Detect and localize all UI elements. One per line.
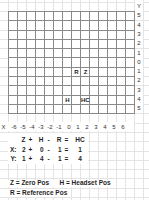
equals-sign: =	[63, 146, 71, 154]
y-axis-label: 5	[135, 11, 143, 20]
formula-y-row: Y: 1 + 4 - 1 = 4	[0, 155, 100, 163]
y-axis-label: 1	[135, 67, 143, 76]
grid-cell[interactable]	[63, 58, 72, 67]
x-axis-header: X	[0, 123, 7, 132]
grid-cell[interactable]	[18, 40, 27, 49]
grid-cell[interactable]	[45, 49, 54, 58]
grid-cell[interactable]	[54, 21, 63, 30]
grid-cell[interactable]	[18, 105, 27, 114]
grid-cell[interactable]	[36, 40, 45, 49]
grid-cell[interactable]	[45, 40, 54, 49]
grid-cell[interactable]	[72, 58, 81, 67]
grid-cell[interactable]	[54, 49, 63, 58]
spreadsheet-canvas: RZHHC Y 54321012345 X -6-5-4-3-2-1012345…	[0, 0, 149, 200]
marker-Z[interactable]: Z	[81, 68, 90, 77]
grid-cell[interactable]	[54, 31, 63, 40]
grid-cell[interactable]	[36, 96, 45, 105]
plus-sign: +	[27, 146, 35, 154]
grid-cell[interactable]	[90, 31, 99, 40]
grid-cell[interactable]	[99, 77, 108, 86]
grid-cell[interactable]	[72, 40, 81, 49]
grid-cell[interactable]	[99, 21, 108, 30]
grid-cell[interactable]	[126, 49, 135, 58]
grid-cell[interactable]	[63, 21, 72, 30]
grid-cell[interactable]	[99, 40, 108, 49]
grid-cell[interactable]	[54, 96, 63, 105]
grid-cell[interactable]	[72, 105, 81, 114]
grid-cell[interactable]	[90, 21, 99, 30]
legend-reference-pos: R = Reference Pos	[10, 189, 67, 197]
grid-cell[interactable]	[126, 12, 135, 21]
plus-sign: +	[27, 155, 35, 163]
formula-header-row: Z + H - R = HC	[0, 136, 100, 144]
grid-cell[interactable]	[18, 77, 27, 86]
grid-cell[interactable]	[81, 21, 90, 30]
grid-cell[interactable]	[45, 86, 54, 95]
grid-cell[interactable]	[90, 77, 99, 86]
grid-cell[interactable]	[9, 49, 18, 58]
grid-cell[interactable]	[117, 96, 126, 105]
grid-cell[interactable]	[99, 86, 108, 95]
formula-header-h: H	[36, 136, 44, 144]
minus-sign: -	[45, 136, 53, 144]
grid-cell[interactable]	[63, 12, 72, 21]
formula-header-rowlabel	[5, 136, 17, 144]
y-axis-label: 5	[135, 104, 143, 113]
formula-x-hc: 1	[72, 146, 89, 154]
grid-cell[interactable]	[36, 105, 45, 114]
grid-cell[interactable]	[9, 68, 18, 77]
grid-cell[interactable]	[81, 49, 90, 58]
formula-header-hc: HC	[72, 136, 89, 144]
grid-cell[interactable]	[126, 40, 135, 49]
grid-cell[interactable]	[117, 40, 126, 49]
grid-cell[interactable]	[63, 31, 72, 40]
x-axis-label: 1	[71, 123, 80, 132]
grid-cell[interactable]	[72, 12, 81, 21]
grid-cell[interactable]	[99, 12, 108, 21]
y-axis-label: 4	[135, 21, 143, 30]
y-axis-label: 0	[135, 58, 143, 67]
grid-cell[interactable]	[54, 68, 63, 77]
x-axis-label: -4	[26, 123, 35, 132]
marker-H[interactable]: H	[63, 96, 72, 105]
grid-cell[interactable]	[72, 96, 81, 105]
grid-cell[interactable]	[54, 77, 63, 86]
grid-cell[interactable]	[126, 77, 135, 86]
x-axis-label: -6	[8, 123, 17, 132]
formula-header-r: R	[54, 136, 62, 144]
grid-cell[interactable]	[9, 96, 18, 105]
grid-cell[interactable]	[108, 77, 117, 86]
grid-cell[interactable]	[126, 58, 135, 67]
grid-cell[interactable]	[90, 58, 99, 67]
grid-cell[interactable]	[81, 58, 90, 67]
grid-cell[interactable]	[117, 21, 126, 30]
grid-cell[interactable]	[126, 96, 135, 105]
grid-cell[interactable]	[27, 77, 36, 86]
grid-cell[interactable]	[117, 68, 126, 77]
grid-cell[interactable]	[117, 86, 126, 95]
minus-sign: -	[45, 155, 53, 163]
grid-cell[interactable]	[36, 68, 45, 77]
grid-cell[interactable]	[108, 58, 117, 67]
grid-cell[interactable]	[54, 12, 63, 21]
y-axis-label: 2	[135, 39, 143, 48]
marker-R[interactable]: R	[72, 68, 81, 77]
grid-cell[interactable]	[45, 96, 54, 105]
grid-cell[interactable]	[81, 77, 90, 86]
grid-cell[interactable]	[18, 68, 27, 77]
grid-cell[interactable]	[90, 105, 99, 114]
grid-cell[interactable]	[36, 12, 45, 21]
legend-zero-pos: Z = Zero Pos	[10, 179, 49, 187]
grid-cell[interactable]	[108, 96, 117, 105]
grid-cell[interactable]	[63, 68, 72, 77]
formula-x-r: 1	[54, 146, 62, 154]
y-axis-label: 1	[135, 49, 143, 58]
grid-cell[interactable]	[27, 68, 36, 77]
grid-cell[interactable]	[63, 77, 72, 86]
grid-cell[interactable]	[18, 86, 27, 95]
grid-cell[interactable]	[108, 21, 117, 30]
grid-cell[interactable]	[81, 40, 90, 49]
grid-cell[interactable]	[36, 86, 45, 95]
y-axis-header: Y	[135, 2, 143, 11]
grid-cell[interactable]	[45, 68, 54, 77]
grid-cell[interactable]	[27, 96, 36, 105]
grid-cell[interactable]	[81, 105, 90, 114]
grid-cell[interactable]	[99, 31, 108, 40]
formula-y-z: 1	[18, 155, 26, 163]
grid-cell[interactable]	[108, 105, 117, 114]
grid-cell[interactable]	[27, 105, 36, 114]
grid-cell[interactable]	[108, 12, 117, 21]
grid-cell[interactable]	[126, 105, 135, 114]
grid-cell[interactable]	[9, 105, 18, 114]
grid-cell[interactable]	[99, 105, 108, 114]
grid-cell[interactable]	[45, 105, 54, 114]
equals-sign: =	[63, 136, 71, 144]
grid-cell[interactable]	[72, 86, 81, 95]
grid-cell[interactable]	[90, 12, 99, 21]
grid-cell[interactable]	[108, 31, 117, 40]
grid-cell[interactable]	[36, 49, 45, 58]
grid-cell[interactable]	[63, 86, 72, 95]
grid-cell[interactable]	[27, 21, 36, 30]
x-axis-label: -2	[44, 123, 53, 132]
x-axis-label: 2	[80, 123, 89, 132]
grid-cell[interactable]	[117, 12, 126, 21]
grid-cell[interactable]	[81, 12, 90, 21]
legend-headset-pos: H = Headset Pos	[60, 179, 111, 187]
grid-cell[interactable]	[90, 96, 99, 105]
y-axis-label: 2	[135, 76, 143, 85]
formula-x-z: 2	[18, 146, 26, 154]
x-axis-label: 5	[107, 123, 116, 132]
grid-cell[interactable]	[108, 40, 117, 49]
formula-y-hc: 4	[72, 155, 89, 163]
grid-cell[interactable]	[27, 86, 36, 95]
formula-x-rowlabel: X:	[5, 146, 17, 154]
grid-cell[interactable]	[54, 40, 63, 49]
grid-cell[interactable]	[99, 58, 108, 67]
grid-cell[interactable]	[9, 31, 18, 40]
grid-cell[interactable]	[27, 12, 36, 21]
grid-cell[interactable]	[108, 68, 117, 77]
grid-cell[interactable]	[117, 77, 126, 86]
x-axis-label: 6	[116, 123, 125, 132]
x-axis-label: 4	[98, 123, 107, 132]
grid-cell[interactable]	[117, 105, 126, 114]
grid-cell[interactable]	[18, 12, 27, 21]
grid-cell[interactable]	[18, 21, 27, 30]
x-axis-label: 0	[62, 123, 71, 132]
grid-cell[interactable]	[90, 40, 99, 49]
grid-cell[interactable]	[45, 31, 54, 40]
grid-cell[interactable]	[9, 58, 18, 67]
grid-cell[interactable]	[108, 86, 117, 95]
grid-cell[interactable]	[18, 58, 27, 67]
grid-cell[interactable]	[126, 68, 135, 77]
x-axis-label: -3	[35, 123, 44, 132]
grid-cell[interactable]	[36, 58, 45, 67]
grid-cell[interactable]	[108, 49, 117, 58]
grid-cell[interactable]	[27, 40, 36, 49]
grid-cell[interactable]	[9, 77, 18, 86]
grid-cell[interactable]	[126, 86, 135, 95]
grid-cell[interactable]	[45, 77, 54, 86]
grid-cell[interactable]	[36, 77, 45, 86]
grid-cell[interactable]	[99, 96, 108, 105]
plus-sign: +	[27, 136, 35, 144]
y-axis-label: 3	[135, 86, 143, 95]
grid-cell[interactable]	[126, 31, 135, 40]
grid-cell[interactable]	[117, 31, 126, 40]
formula-y-r: 1	[54, 155, 62, 163]
grid-cell[interactable]	[27, 31, 36, 40]
grid-cell[interactable]	[36, 21, 45, 30]
grid-cell[interactable]	[72, 77, 81, 86]
grid-cell[interactable]	[72, 49, 81, 58]
grid-cell[interactable]	[27, 49, 36, 58]
x-axis-label: -5	[17, 123, 26, 132]
grid-cell[interactable]	[81, 86, 90, 95]
grid-cell[interactable]	[9, 86, 18, 95]
x-axis-label: -1	[53, 123, 62, 132]
marker-HC[interactable]: HC	[81, 96, 90, 105]
grid-cell[interactable]	[63, 105, 72, 114]
grid-cell[interactable]	[99, 68, 108, 77]
grid-cell[interactable]	[45, 12, 54, 21]
formula-x-row: X: 2 + 0 - 1 = 1	[0, 146, 100, 154]
grid-cell[interactable]	[45, 58, 54, 67]
grid-cell[interactable]	[90, 49, 99, 58]
formula-y-h: 4	[36, 155, 44, 163]
grid-cell[interactable]	[18, 96, 27, 105]
grid-cell[interactable]	[126, 21, 135, 30]
grid-cell[interactable]	[18, 49, 27, 58]
grid-cell[interactable]	[18, 31, 27, 40]
y-axis-label: 3	[135, 30, 143, 39]
grid-cell[interactable]	[36, 31, 45, 40]
grid-cell[interactable]	[72, 21, 81, 30]
grid-cell[interactable]	[99, 49, 108, 58]
grid-cell[interactable]	[27, 58, 36, 67]
y-axis-label: 4	[135, 95, 143, 104]
grid-cell[interactable]	[81, 31, 90, 40]
equals-sign: =	[63, 155, 71, 163]
grid-cell[interactable]	[63, 40, 72, 49]
x-axis-labels: X -6-5-4-3-2-10123456	[0, 123, 149, 132]
plot-grid: RZHHC	[8, 11, 135, 114]
grid-cell[interactable]	[9, 12, 18, 21]
grid-cell[interactable]	[54, 86, 63, 95]
formula-header-z: Z	[18, 136, 26, 144]
x-axis-label: 3	[89, 123, 98, 132]
grid-cell[interactable]	[90, 86, 99, 95]
grid-cell[interactable]	[9, 40, 18, 49]
grid-cell[interactable]	[54, 105, 63, 114]
grid-cell[interactable]	[45, 21, 54, 30]
formula-x-h: 0	[36, 146, 44, 154]
grid-cell[interactable]	[117, 58, 126, 67]
grid-cell[interactable]	[90, 68, 99, 77]
grid-cell[interactable]	[63, 49, 72, 58]
grid-cell[interactable]	[72, 31, 81, 40]
grid-cell[interactable]	[117, 49, 126, 58]
minus-sign: -	[45, 146, 53, 154]
grid-cell[interactable]	[9, 21, 18, 30]
grid-cell[interactable]	[54, 58, 63, 67]
formula-y-rowlabel: Y:	[5, 155, 17, 163]
